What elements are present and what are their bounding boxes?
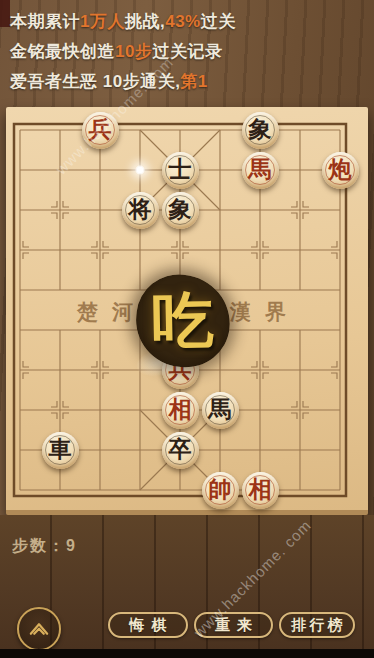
piece-red-兵[interactable]: 兵 xyxy=(82,112,119,149)
restart-button[interactable]: 重来 xyxy=(194,612,273,638)
steps-counter: 步数：9 xyxy=(12,536,77,557)
undo-move-button[interactable]: 悔棋 xyxy=(108,612,188,638)
piece-glyph: 卒 xyxy=(169,438,192,461)
piece-red-炮[interactable]: 炮 xyxy=(322,152,359,189)
piece-glyph: 象 xyxy=(249,118,272,141)
piece-glyph: 馬 xyxy=(249,158,272,181)
collapse-button[interactable] xyxy=(17,607,61,651)
piece-glyph: 相 xyxy=(169,398,192,421)
bottom-strip xyxy=(0,649,374,658)
stat-line-player: 爱吾者生恶 10步通关,第1 xyxy=(10,70,208,93)
corner-patch xyxy=(0,0,10,27)
xiangqi-board[interactable]: 楚河 漢界 兵象士馬炮将象兵相馬車卒帥相 吃 xyxy=(6,107,368,515)
chevron-up-icon xyxy=(24,614,54,644)
last-move-origin-dot xyxy=(135,165,145,175)
piece-glyph: 馬 xyxy=(209,398,232,421)
piece-red-馬[interactable]: 馬 xyxy=(242,152,279,189)
piece-red-帥[interactable]: 帥 xyxy=(202,472,239,509)
stat-line-challengers: 本期累计1万人挑战,43%过关 xyxy=(10,10,236,33)
leaderboard-button[interactable]: 排行榜 xyxy=(279,612,355,638)
piece-glyph: 炮 xyxy=(329,158,352,181)
game-screen: 本期累计1万人挑战,43%过关 金铭最快创造10步过关记录 爱吾者生恶 10步通… xyxy=(0,0,374,658)
piece-black-車[interactable]: 車 xyxy=(42,432,79,469)
piece-glyph: 象 xyxy=(169,198,192,221)
piece-black-卒[interactable]: 卒 xyxy=(162,432,199,469)
piece-glyph: 車 xyxy=(49,438,72,461)
piece-red-相[interactable]: 相 xyxy=(242,472,279,509)
piece-glyph: 帥 xyxy=(209,478,232,501)
piece-glyph: 士 xyxy=(169,158,192,181)
piece-glyph: 相 xyxy=(249,478,272,501)
piece-black-象[interactable]: 象 xyxy=(242,112,279,149)
piece-black-象[interactable]: 象 xyxy=(162,192,199,229)
stat-line-record: 金铭最快创造10步过关记录 xyxy=(10,40,222,63)
piece-black-士[interactable]: 士 xyxy=(162,152,199,189)
piece-black-将[interactable]: 将 xyxy=(122,192,159,229)
capture-effect-char: 吃 xyxy=(151,278,214,363)
piece-black-馬[interactable]: 馬 xyxy=(202,392,239,429)
piece-red-相[interactable]: 相 xyxy=(162,392,199,429)
piece-glyph: 兵 xyxy=(89,118,112,141)
piece-glyph: 将 xyxy=(129,198,152,221)
